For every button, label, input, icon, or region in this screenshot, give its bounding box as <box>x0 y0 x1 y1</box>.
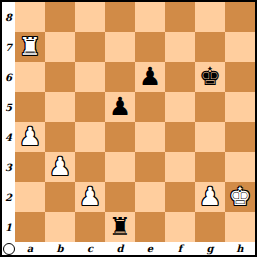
move-indicator <box>2 242 15 255</box>
square-g3 <box>195 152 225 182</box>
square-g4 <box>195 122 225 152</box>
square-g2: ♟ <box>195 182 225 212</box>
square-f2 <box>165 182 195 212</box>
file-label-d: d <box>105 242 135 255</box>
square-e6: ♟ <box>135 62 165 92</box>
square-d5: ♟ <box>105 92 135 122</box>
square-c2: ♟ <box>75 182 105 212</box>
square-e5 <box>135 92 165 122</box>
square-d1: ♜ <box>105 212 135 242</box>
square-c1 <box>75 212 105 242</box>
black-pawn-d5: ♟ <box>109 92 131 122</box>
square-f8 <box>165 2 195 32</box>
square-b8 <box>45 2 75 32</box>
white-rook-a7: ♜ <box>19 32 41 62</box>
file-label-c: c <box>75 242 105 255</box>
rank-label-6: 6 <box>2 62 15 92</box>
rank-label-8: 8 <box>2 2 15 32</box>
square-a2 <box>15 182 45 212</box>
square-e7 <box>135 32 165 62</box>
square-b4 <box>45 122 75 152</box>
square-c4 <box>75 122 105 152</box>
black-rook-d1: ♜ <box>109 212 131 242</box>
square-b2 <box>45 182 75 212</box>
white-pawn-g2: ♟ <box>199 182 221 212</box>
chess-board: ♜♟♚♟♟♟♟♟♚♜ <box>15 2 255 242</box>
white-pawn-b3: ♟ <box>49 152 71 182</box>
square-h7 <box>225 32 255 62</box>
rank-label-3: 3 <box>2 152 15 182</box>
file-label-f: f <box>165 242 195 255</box>
square-g6: ♚ <box>195 62 225 92</box>
square-b7 <box>45 32 75 62</box>
square-e2 <box>135 182 165 212</box>
white-king-h2: ♚ <box>229 182 251 212</box>
white-to-move-circle-icon <box>3 243 15 255</box>
square-c5 <box>75 92 105 122</box>
square-d8 <box>105 2 135 32</box>
square-g1 <box>195 212 225 242</box>
square-b6 <box>45 62 75 92</box>
square-a6 <box>15 62 45 92</box>
rank-label-7: 7 <box>2 32 15 62</box>
square-f7 <box>165 32 195 62</box>
square-f3 <box>165 152 195 182</box>
square-h3 <box>225 152 255 182</box>
square-c7 <box>75 32 105 62</box>
white-pawn-c2: ♟ <box>79 182 101 212</box>
file-label-e: e <box>135 242 165 255</box>
square-b3: ♟ <box>45 152 75 182</box>
square-e3 <box>135 152 165 182</box>
square-g5 <box>195 92 225 122</box>
square-h1 <box>225 212 255 242</box>
white-pawn-a4: ♟ <box>19 122 41 152</box>
black-king-g6: ♚ <box>199 62 221 92</box>
file-label-g: g <box>195 242 225 255</box>
rank-label-5: 5 <box>2 92 15 122</box>
square-d6 <box>105 62 135 92</box>
file-label-h: h <box>225 242 255 255</box>
square-c6 <box>75 62 105 92</box>
rank-labels: 87654321 <box>2 2 15 242</box>
rank-label-1: 1 <box>2 212 15 242</box>
square-c8 <box>75 2 105 32</box>
square-g7 <box>195 32 225 62</box>
file-labels: abcdefgh <box>15 242 255 255</box>
square-e8 <box>135 2 165 32</box>
square-h2: ♚ <box>225 182 255 212</box>
rank-label-2: 2 <box>2 182 15 212</box>
square-h4 <box>225 122 255 152</box>
square-b1 <box>45 212 75 242</box>
square-d4 <box>105 122 135 152</box>
rank-label-4: 4 <box>2 122 15 152</box>
square-b5 <box>45 92 75 122</box>
square-a8 <box>15 2 45 32</box>
chess-diagram: 87654321 ♜♟♚♟♟♟♟♟♚♜ abcdefgh <box>0 0 257 257</box>
file-label-a: a <box>15 242 45 255</box>
square-f4 <box>165 122 195 152</box>
square-d3 <box>105 152 135 182</box>
file-label-b: b <box>45 242 75 255</box>
square-a3 <box>15 152 45 182</box>
square-a4: ♟ <box>15 122 45 152</box>
square-e1 <box>135 212 165 242</box>
square-g8 <box>195 2 225 32</box>
square-f1 <box>165 212 195 242</box>
square-h6 <box>225 62 255 92</box>
square-e4 <box>135 122 165 152</box>
square-d7 <box>105 32 135 62</box>
square-c3 <box>75 152 105 182</box>
square-a5 <box>15 92 45 122</box>
square-f6 <box>165 62 195 92</box>
square-a1 <box>15 212 45 242</box>
square-d2 <box>105 182 135 212</box>
square-h8 <box>225 2 255 32</box>
square-h5 <box>225 92 255 122</box>
black-pawn-e6: ♟ <box>139 62 161 92</box>
square-f5 <box>165 92 195 122</box>
square-a7: ♜ <box>15 32 45 62</box>
